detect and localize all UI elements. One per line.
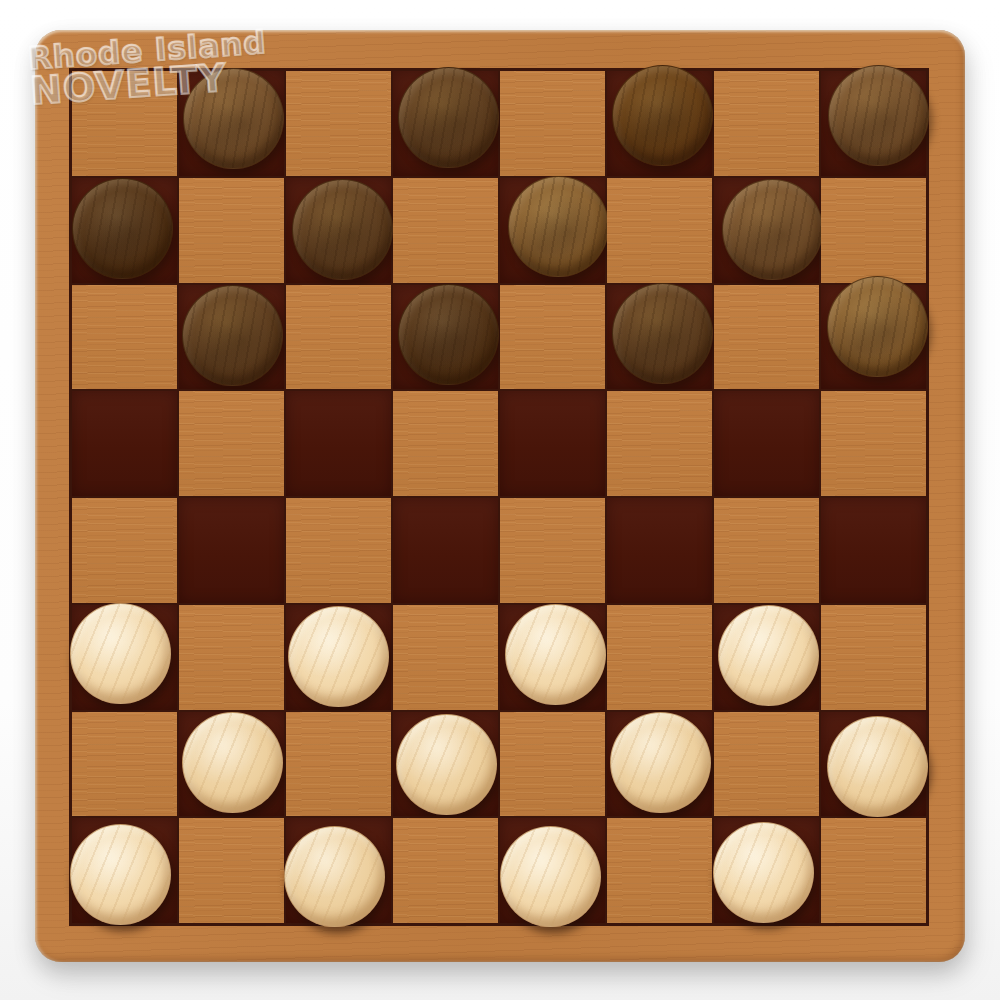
square-h1[interactable] bbox=[821, 818, 926, 923]
square-c8[interactable] bbox=[286, 71, 391, 176]
square-g4[interactable] bbox=[714, 498, 819, 603]
dark-checker[interactable] bbox=[827, 276, 928, 377]
board-grid bbox=[69, 68, 929, 926]
square-g1[interactable] bbox=[714, 818, 819, 923]
dark-checker[interactable] bbox=[828, 65, 929, 166]
square-d1[interactable] bbox=[393, 818, 498, 923]
square-b2[interactable] bbox=[179, 712, 284, 817]
square-e1[interactable] bbox=[500, 818, 605, 923]
square-g8[interactable] bbox=[714, 71, 819, 176]
square-b6[interactable] bbox=[179, 285, 284, 390]
square-g5[interactable] bbox=[714, 391, 819, 496]
square-e3[interactable] bbox=[500, 605, 605, 710]
square-h3[interactable] bbox=[821, 605, 926, 710]
square-g7[interactable] bbox=[714, 178, 819, 283]
square-h6[interactable] bbox=[821, 285, 926, 390]
square-d7[interactable] bbox=[393, 178, 498, 283]
square-c7[interactable] bbox=[286, 178, 391, 283]
dark-checker[interactable] bbox=[612, 65, 713, 166]
square-h4[interactable] bbox=[821, 498, 926, 603]
square-f6[interactable] bbox=[607, 285, 712, 390]
square-d8[interactable] bbox=[393, 71, 498, 176]
square-h2[interactable] bbox=[821, 712, 926, 817]
square-f5[interactable] bbox=[607, 391, 712, 496]
square-c1[interactable] bbox=[286, 818, 391, 923]
square-b3[interactable] bbox=[179, 605, 284, 710]
square-f1[interactable] bbox=[607, 818, 712, 923]
light-checker[interactable] bbox=[70, 603, 171, 704]
square-a2[interactable] bbox=[72, 712, 177, 817]
square-a4[interactable] bbox=[72, 498, 177, 603]
dark-checker[interactable] bbox=[612, 283, 713, 384]
square-a6[interactable] bbox=[72, 285, 177, 390]
light-checker[interactable] bbox=[70, 824, 171, 925]
square-f3[interactable] bbox=[607, 605, 712, 710]
dark-checker[interactable] bbox=[72, 178, 173, 279]
dark-checker[interactable] bbox=[183, 68, 284, 169]
square-c2[interactable] bbox=[286, 712, 391, 817]
square-a8[interactable] bbox=[72, 71, 177, 176]
square-b4[interactable] bbox=[179, 498, 284, 603]
square-b8[interactable] bbox=[179, 71, 284, 176]
light-checker[interactable] bbox=[505, 604, 606, 705]
square-b5[interactable] bbox=[179, 391, 284, 496]
square-e8[interactable] bbox=[500, 71, 605, 176]
square-h7[interactable] bbox=[821, 178, 926, 283]
square-f8[interactable] bbox=[607, 71, 712, 176]
square-a7[interactable] bbox=[72, 178, 177, 283]
watermark-line-1: Rhode Island bbox=[27, 28, 268, 74]
dark-checker[interactable] bbox=[722, 179, 823, 280]
square-a3[interactable] bbox=[72, 605, 177, 710]
light-checker[interactable] bbox=[284, 826, 385, 927]
square-f2[interactable] bbox=[607, 712, 712, 817]
square-h8[interactable] bbox=[821, 71, 926, 176]
light-checker[interactable] bbox=[827, 716, 928, 817]
square-c6[interactable] bbox=[286, 285, 391, 390]
square-g3[interactable] bbox=[714, 605, 819, 710]
dark-checker[interactable] bbox=[182, 285, 283, 386]
square-e5[interactable] bbox=[500, 391, 605, 496]
square-b1[interactable] bbox=[179, 818, 284, 923]
square-f4[interactable] bbox=[607, 498, 712, 603]
square-e7[interactable] bbox=[500, 178, 605, 283]
dark-checker[interactable] bbox=[398, 67, 499, 168]
square-d5[interactable] bbox=[393, 391, 498, 496]
square-f7[interactable] bbox=[607, 178, 712, 283]
light-checker[interactable] bbox=[396, 714, 497, 815]
square-g2[interactable] bbox=[714, 712, 819, 817]
light-checker[interactable] bbox=[288, 606, 389, 707]
light-checker[interactable] bbox=[182, 712, 283, 813]
dark-checker[interactable] bbox=[508, 176, 609, 277]
dark-checker[interactable] bbox=[398, 284, 499, 385]
dark-checker[interactable] bbox=[292, 179, 393, 280]
square-d2[interactable] bbox=[393, 712, 498, 817]
light-checker[interactable] bbox=[718, 605, 819, 706]
square-d6[interactable] bbox=[393, 285, 498, 390]
light-checker[interactable] bbox=[713, 822, 814, 923]
square-c5[interactable] bbox=[286, 391, 391, 496]
square-d3[interactable] bbox=[393, 605, 498, 710]
square-a1[interactable] bbox=[72, 818, 177, 923]
square-e6[interactable] bbox=[500, 285, 605, 390]
square-c3[interactable] bbox=[286, 605, 391, 710]
light-checker[interactable] bbox=[610, 712, 711, 813]
photo-stage: Rhode Island NOVELTY bbox=[0, 0, 1000, 1000]
square-e4[interactable] bbox=[500, 498, 605, 603]
square-a5[interactable] bbox=[72, 391, 177, 496]
light-checker[interactable] bbox=[500, 826, 601, 927]
square-b7[interactable] bbox=[179, 178, 284, 283]
square-e2[interactable] bbox=[500, 712, 605, 817]
square-g6[interactable] bbox=[714, 285, 819, 390]
square-h5[interactable] bbox=[821, 391, 926, 496]
square-d4[interactable] bbox=[393, 498, 498, 603]
checkers-board: Rhode Island NOVELTY bbox=[35, 30, 965, 962]
square-c4[interactable] bbox=[286, 498, 391, 603]
